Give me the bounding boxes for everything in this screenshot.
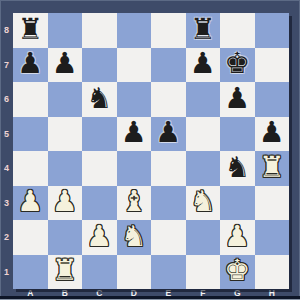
square-e4[interactable]	[151, 151, 186, 186]
white-pawn[interactable]: ♟	[86, 222, 112, 251]
square-d7[interactable]	[117, 48, 152, 83]
file-label-f: F	[186, 288, 221, 298]
square-e3[interactable]	[151, 186, 186, 221]
white-pawn[interactable]: ♟	[224, 222, 250, 251]
rank-labels: 87654321	[0, 13, 13, 289]
square-a1[interactable]	[13, 255, 48, 290]
square-d3[interactable]: ♝	[117, 186, 152, 221]
square-g4[interactable]: ♞	[220, 151, 255, 186]
square-f8[interactable]: ♜	[186, 13, 221, 48]
white-rook[interactable]: ♜	[259, 153, 285, 182]
square-f7[interactable]: ♟	[186, 48, 221, 83]
black-knight[interactable]: ♞	[224, 153, 250, 182]
square-e8[interactable]	[151, 13, 186, 48]
square-h1[interactable]	[255, 255, 290, 290]
chess-board: ♜♜♟♟♟♚♞♟♟♟♟♞♜♟♟♝♞♟♞♟♜♚	[13, 13, 289, 289]
square-g6[interactable]: ♟	[220, 82, 255, 117]
rank-label-2: 2	[0, 220, 13, 255]
square-c2[interactable]: ♟	[82, 220, 117, 255]
black-pawn[interactable]: ♟	[224, 84, 250, 113]
square-c7[interactable]	[82, 48, 117, 83]
square-c3[interactable]	[82, 186, 117, 221]
square-h5[interactable]: ♟	[255, 117, 290, 152]
square-b5[interactable]	[48, 117, 83, 152]
square-d1[interactable]	[117, 255, 152, 290]
file-labels: ABCDEFGH	[13, 288, 289, 298]
black-king[interactable]: ♚	[224, 49, 250, 78]
rank-label-7: 7	[0, 48, 13, 83]
square-b1[interactable]: ♜	[48, 255, 83, 290]
square-g3[interactable]	[220, 186, 255, 221]
rank-label-1: 1	[0, 255, 13, 290]
rank-label-4: 4	[0, 151, 13, 186]
file-label-d: D	[117, 288, 152, 298]
white-pawn[interactable]: ♟	[52, 187, 78, 216]
square-f6[interactable]	[186, 82, 221, 117]
square-h3[interactable]	[255, 186, 290, 221]
square-a3[interactable]: ♟	[13, 186, 48, 221]
square-h8[interactable]	[255, 13, 290, 48]
chess-board-frame: 87654321 ABCDEFGH ♜♜♟♟♟♚♞♟♟♟♟♞♜♟♟♝♞♟♞♟♜♚	[0, 0, 300, 300]
square-b4[interactable]	[48, 151, 83, 186]
square-b8[interactable]	[48, 13, 83, 48]
square-b7[interactable]: ♟	[48, 48, 83, 83]
black-pawn[interactable]: ♟	[17, 49, 43, 78]
square-a4[interactable]	[13, 151, 48, 186]
white-rook[interactable]: ♜	[52, 256, 78, 285]
black-pawn[interactable]: ♟	[259, 118, 285, 147]
white-bishop[interactable]: ♝	[121, 187, 147, 216]
rank-label-5: 5	[0, 117, 13, 152]
square-e5[interactable]: ♟	[151, 117, 186, 152]
square-g8[interactable]	[220, 13, 255, 48]
square-h4[interactable]: ♜	[255, 151, 290, 186]
rank-label-6: 6	[0, 82, 13, 117]
white-king[interactable]: ♚	[224, 256, 250, 285]
square-a5[interactable]	[13, 117, 48, 152]
square-g7[interactable]: ♚	[220, 48, 255, 83]
square-d6[interactable]	[117, 82, 152, 117]
black-rook[interactable]: ♜	[17, 15, 43, 44]
square-e7[interactable]	[151, 48, 186, 83]
square-c5[interactable]	[82, 117, 117, 152]
square-a8[interactable]: ♜	[13, 13, 48, 48]
file-label-b: B	[48, 288, 83, 298]
square-h7[interactable]	[255, 48, 290, 83]
file-label-c: C	[82, 288, 117, 298]
square-b3[interactable]: ♟	[48, 186, 83, 221]
square-c1[interactable]	[82, 255, 117, 290]
square-c4[interactable]	[82, 151, 117, 186]
square-f1[interactable]	[186, 255, 221, 290]
square-g2[interactable]: ♟	[220, 220, 255, 255]
square-c6[interactable]: ♞	[82, 82, 117, 117]
square-g1[interactable]: ♚	[220, 255, 255, 290]
black-pawn[interactable]: ♟	[52, 49, 78, 78]
square-e2[interactable]	[151, 220, 186, 255]
file-label-h: H	[255, 288, 290, 298]
square-h6[interactable]	[255, 82, 290, 117]
square-b2[interactable]	[48, 220, 83, 255]
square-a6[interactable]	[13, 82, 48, 117]
square-d4[interactable]	[117, 151, 152, 186]
black-rook[interactable]: ♜	[190, 15, 216, 44]
square-d5[interactable]: ♟	[117, 117, 152, 152]
square-a2[interactable]	[13, 220, 48, 255]
white-knight[interactable]: ♞	[121, 222, 147, 251]
black-knight[interactable]: ♞	[86, 84, 112, 113]
square-d2[interactable]: ♞	[117, 220, 152, 255]
square-e6[interactable]	[151, 82, 186, 117]
file-label-a: A	[13, 288, 48, 298]
rank-label-3: 3	[0, 186, 13, 221]
square-f2[interactable]	[186, 220, 221, 255]
square-b6[interactable]	[48, 82, 83, 117]
white-pawn[interactable]: ♟	[17, 187, 43, 216]
square-e1[interactable]	[151, 255, 186, 290]
square-g5[interactable]	[220, 117, 255, 152]
black-pawn[interactable]: ♟	[155, 118, 181, 147]
black-pawn[interactable]: ♟	[190, 49, 216, 78]
square-d8[interactable]	[117, 13, 152, 48]
white-knight[interactable]: ♞	[190, 187, 216, 216]
file-label-g: G	[220, 288, 255, 298]
square-a7[interactable]: ♟	[13, 48, 48, 83]
square-f5[interactable]	[186, 117, 221, 152]
file-label-e: E	[151, 288, 186, 298]
square-f4[interactable]	[186, 151, 221, 186]
black-pawn[interactable]: ♟	[121, 118, 147, 147]
square-h2[interactable]	[255, 220, 290, 255]
square-c8[interactable]	[82, 13, 117, 48]
square-f3[interactable]: ♞	[186, 186, 221, 221]
rank-label-8: 8	[0, 13, 13, 48]
